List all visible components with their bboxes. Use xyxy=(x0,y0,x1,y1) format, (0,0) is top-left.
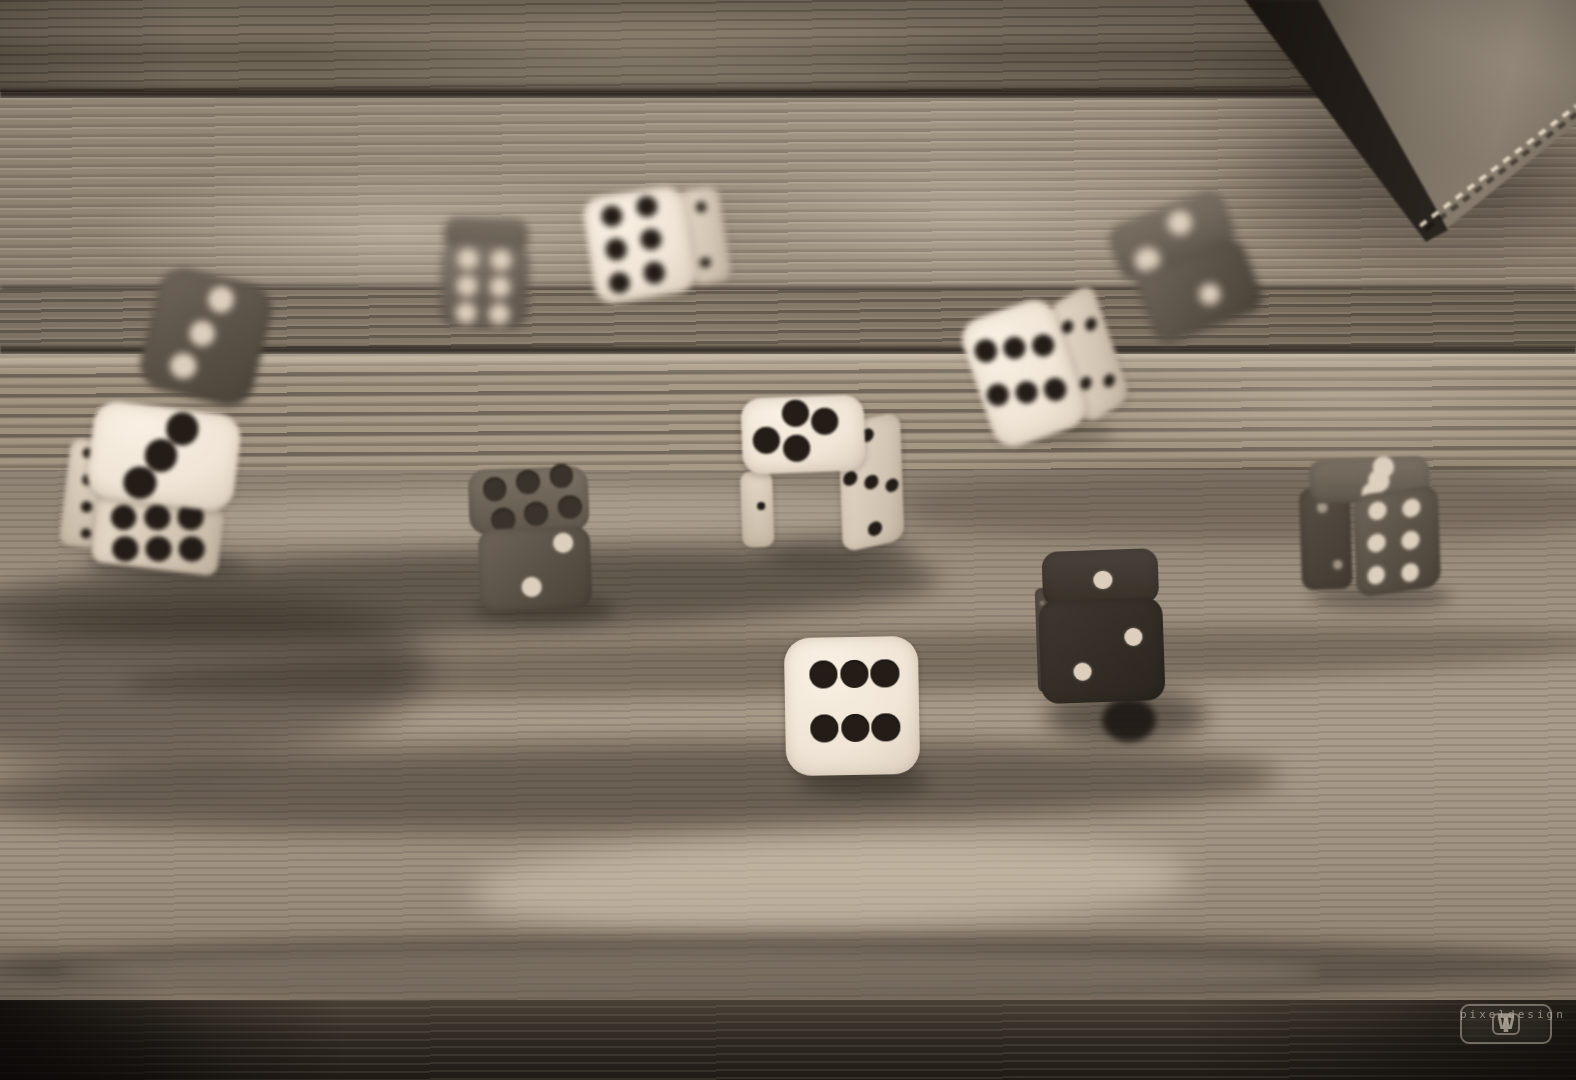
pip xyxy=(781,400,809,428)
pip xyxy=(456,275,478,297)
pip xyxy=(604,237,629,262)
pip xyxy=(1029,331,1057,359)
dice-cup-leather xyxy=(1214,0,1576,248)
pip xyxy=(489,276,511,298)
pip xyxy=(143,503,171,531)
pip xyxy=(1013,378,1041,406)
pip xyxy=(1402,498,1420,518)
pip xyxy=(80,528,92,540)
pip xyxy=(1367,533,1385,553)
die-white-bottom xyxy=(781,633,923,779)
pip xyxy=(607,271,632,296)
pip xyxy=(81,501,93,513)
pip xyxy=(1333,560,1343,570)
pip xyxy=(841,714,870,743)
watermark-subtitle: pixeldesign xyxy=(1460,1008,1566,1021)
pip xyxy=(482,476,507,501)
pip xyxy=(457,248,479,270)
pip xyxy=(521,577,542,598)
pip xyxy=(1164,207,1195,238)
pip xyxy=(642,261,667,286)
die-white-center-face-1 xyxy=(740,471,775,548)
die-white-center xyxy=(737,393,904,551)
pip xyxy=(1401,530,1419,550)
pip xyxy=(634,194,659,219)
pip xyxy=(1318,503,1328,513)
pip xyxy=(1083,316,1098,334)
die-white-top-center-face-6 xyxy=(580,184,698,306)
pip xyxy=(811,408,839,436)
die-dark-bottom-right-face-2 xyxy=(1038,597,1166,705)
pip xyxy=(757,502,766,511)
die-smoke-center-left-face-6 xyxy=(468,466,590,535)
pip xyxy=(1196,280,1223,307)
pip xyxy=(1367,565,1385,585)
pip xyxy=(886,477,900,493)
pip xyxy=(524,501,549,526)
pip xyxy=(844,471,858,487)
pip xyxy=(699,257,711,269)
die-smoke-top-left-face-3 xyxy=(135,263,277,412)
pip xyxy=(810,714,839,743)
pip xyxy=(871,659,900,688)
die-white-right-flying xyxy=(955,277,1135,456)
pip xyxy=(1040,601,1044,605)
pip xyxy=(490,249,512,271)
die-white-top-center xyxy=(580,176,734,308)
pip xyxy=(639,227,664,252)
pip xyxy=(1079,375,1094,393)
photo-dice-scene: T W pixeldesign xyxy=(0,0,1576,1080)
die-white-left-face-3 xyxy=(85,399,244,513)
die-smoke-right-face-6 xyxy=(1353,484,1441,598)
pip xyxy=(872,713,901,742)
pip xyxy=(516,470,541,495)
die-dark-bottom-right xyxy=(1033,548,1170,705)
pip xyxy=(110,503,138,531)
pip xyxy=(1368,501,1386,521)
pip xyxy=(695,201,707,213)
pip xyxy=(187,318,218,349)
pip xyxy=(168,351,199,382)
pip xyxy=(1060,318,1075,336)
die-white-bottom-face-6 xyxy=(784,636,921,777)
pip xyxy=(553,533,574,554)
die-smoke-top-blurred-face-6 xyxy=(439,241,530,329)
pip xyxy=(178,535,206,563)
pip xyxy=(753,426,781,454)
pip xyxy=(455,302,477,324)
pip xyxy=(1001,334,1029,362)
pip xyxy=(111,535,139,563)
pip xyxy=(809,660,838,689)
pip xyxy=(1401,562,1419,582)
pip xyxy=(549,464,574,489)
pip xyxy=(1093,570,1112,589)
die-smoke-top-left xyxy=(132,259,280,414)
pip xyxy=(972,337,1000,365)
die-white-center-face-4 xyxy=(741,394,867,474)
die-smoke-center-left xyxy=(460,466,601,613)
pip xyxy=(206,284,237,315)
pip xyxy=(840,660,869,689)
pip xyxy=(1102,372,1117,390)
die-white-left xyxy=(57,396,243,577)
pip xyxy=(489,303,511,325)
pip xyxy=(783,435,811,463)
pip xyxy=(984,381,1012,409)
die-smoke-center-left-face-2 xyxy=(478,526,592,612)
pip xyxy=(1041,375,1069,403)
pip xyxy=(1124,627,1143,646)
die-smoke-right xyxy=(1298,456,1445,599)
pip xyxy=(600,204,625,229)
pip xyxy=(869,521,883,537)
pip xyxy=(144,535,172,563)
pip xyxy=(557,495,582,520)
pip xyxy=(1073,662,1092,681)
pip xyxy=(865,474,879,490)
die-smoke-top-blurred xyxy=(435,216,535,331)
dice-cup xyxy=(1214,0,1576,248)
